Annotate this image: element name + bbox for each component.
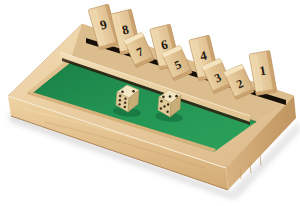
shut-the-box-photo: 9 8 6 4 1 xyxy=(0,0,300,206)
